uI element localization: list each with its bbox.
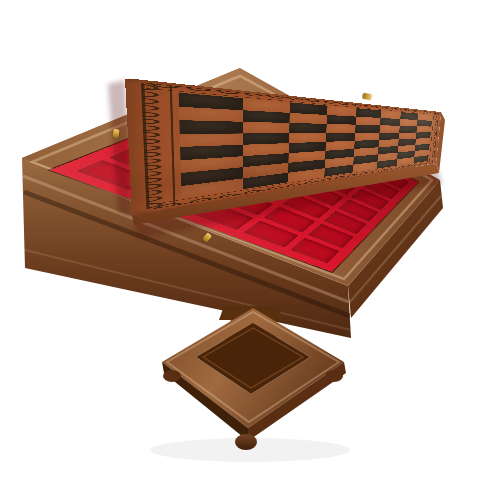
square-r2-c1 xyxy=(242,122,289,134)
square-r2-c3 xyxy=(326,124,356,133)
brass-hinge-icon xyxy=(362,93,372,100)
square-r7-c7 xyxy=(414,155,429,163)
square-r2-c4 xyxy=(355,125,380,133)
square-r2-c5 xyxy=(379,125,400,132)
square-r2-c2 xyxy=(289,123,326,133)
square-r2-c0 xyxy=(179,120,242,133)
board-edges xyxy=(0,0,480,480)
square-r7-c5 xyxy=(377,159,397,169)
square-r7-c4 xyxy=(353,162,377,173)
engraved-border-left xyxy=(141,83,178,209)
chess-table-photo: Wooden pedestal chess table; the leather… xyxy=(0,0,480,480)
square-r7-c6 xyxy=(397,157,414,166)
brass-hinge-icon xyxy=(112,129,119,139)
